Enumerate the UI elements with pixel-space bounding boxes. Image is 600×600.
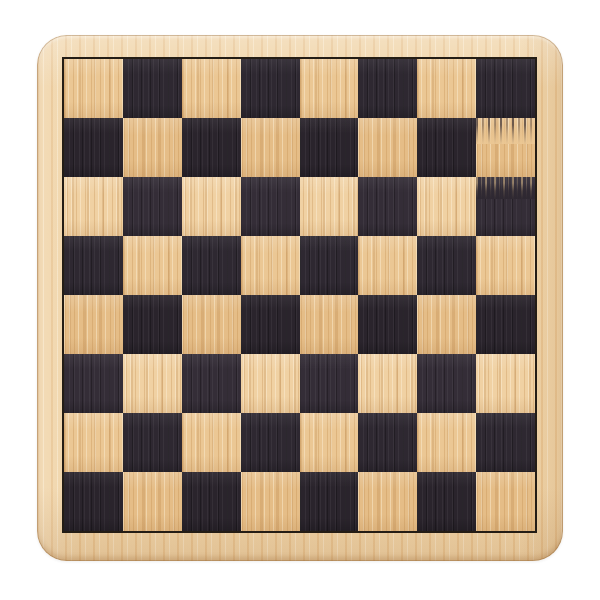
square-a8[interactable] — [64, 59, 123, 118]
square-e7[interactable] — [300, 118, 359, 177]
square-e2[interactable] — [300, 413, 359, 472]
square-b1[interactable] — [123, 472, 182, 531]
square-e1[interactable] — [300, 472, 359, 531]
square-b3[interactable] — [123, 354, 182, 413]
square-d7[interactable] — [241, 118, 300, 177]
square-g5[interactable] — [417, 236, 476, 295]
square-e3[interactable] — [300, 354, 359, 413]
square-d4[interactable] — [241, 295, 300, 354]
square-h5[interactable] — [476, 236, 535, 295]
square-f2[interactable] — [358, 413, 417, 472]
square-d5[interactable] — [241, 236, 300, 295]
square-e4[interactable] — [300, 295, 359, 354]
square-g8[interactable] — [417, 59, 476, 118]
square-f5[interactable] — [358, 236, 417, 295]
square-a4[interactable] — [64, 295, 123, 354]
square-h4[interactable] — [476, 295, 535, 354]
square-f8[interactable] — [358, 59, 417, 118]
square-a7[interactable] — [64, 118, 123, 177]
square-e8[interactable] — [300, 59, 359, 118]
square-b8[interactable] — [123, 59, 182, 118]
square-g2[interactable] — [417, 413, 476, 472]
square-b2[interactable] — [123, 413, 182, 472]
square-g6[interactable] — [417, 177, 476, 236]
photo-background — [0, 0, 600, 600]
square-a5[interactable] — [64, 236, 123, 295]
square-c7[interactable] — [182, 118, 241, 177]
square-b5[interactable] — [123, 236, 182, 295]
square-h2[interactable] — [476, 413, 535, 472]
square-g3[interactable] — [417, 354, 476, 413]
board-grid — [62, 57, 537, 533]
square-a2[interactable] — [64, 413, 123, 472]
square-h3[interactable] — [476, 354, 535, 413]
square-b7[interactable] — [123, 118, 182, 177]
wooden-checkerboard — [37, 35, 563, 561]
square-g7[interactable] — [417, 118, 476, 177]
square-c2[interactable] — [182, 413, 241, 472]
square-g1[interactable] — [417, 472, 476, 531]
square-f3[interactable] — [358, 354, 417, 413]
square-d8[interactable] — [241, 59, 300, 118]
square-c5[interactable] — [182, 236, 241, 295]
square-e6[interactable] — [300, 177, 359, 236]
square-b6[interactable] — [123, 177, 182, 236]
square-a1[interactable] — [64, 472, 123, 531]
square-f6[interactable] — [358, 177, 417, 236]
square-h7[interactable] — [476, 118, 535, 177]
square-d3[interactable] — [241, 354, 300, 413]
square-f4[interactable] — [358, 295, 417, 354]
square-a3[interactable] — [64, 354, 123, 413]
square-d2[interactable] — [241, 413, 300, 472]
square-b4[interactable] — [123, 295, 182, 354]
square-c3[interactable] — [182, 354, 241, 413]
square-d1[interactable] — [241, 472, 300, 531]
square-f1[interactable] — [358, 472, 417, 531]
square-g4[interactable] — [417, 295, 476, 354]
square-h6[interactable] — [476, 177, 535, 236]
square-c8[interactable] — [182, 59, 241, 118]
square-c4[interactable] — [182, 295, 241, 354]
square-d6[interactable] — [241, 177, 300, 236]
square-c1[interactable] — [182, 472, 241, 531]
square-h8[interactable] — [476, 59, 535, 118]
square-e5[interactable] — [300, 236, 359, 295]
square-a6[interactable] — [64, 177, 123, 236]
square-f7[interactable] — [358, 118, 417, 177]
square-h1[interactable] — [476, 472, 535, 531]
square-c6[interactable] — [182, 177, 241, 236]
